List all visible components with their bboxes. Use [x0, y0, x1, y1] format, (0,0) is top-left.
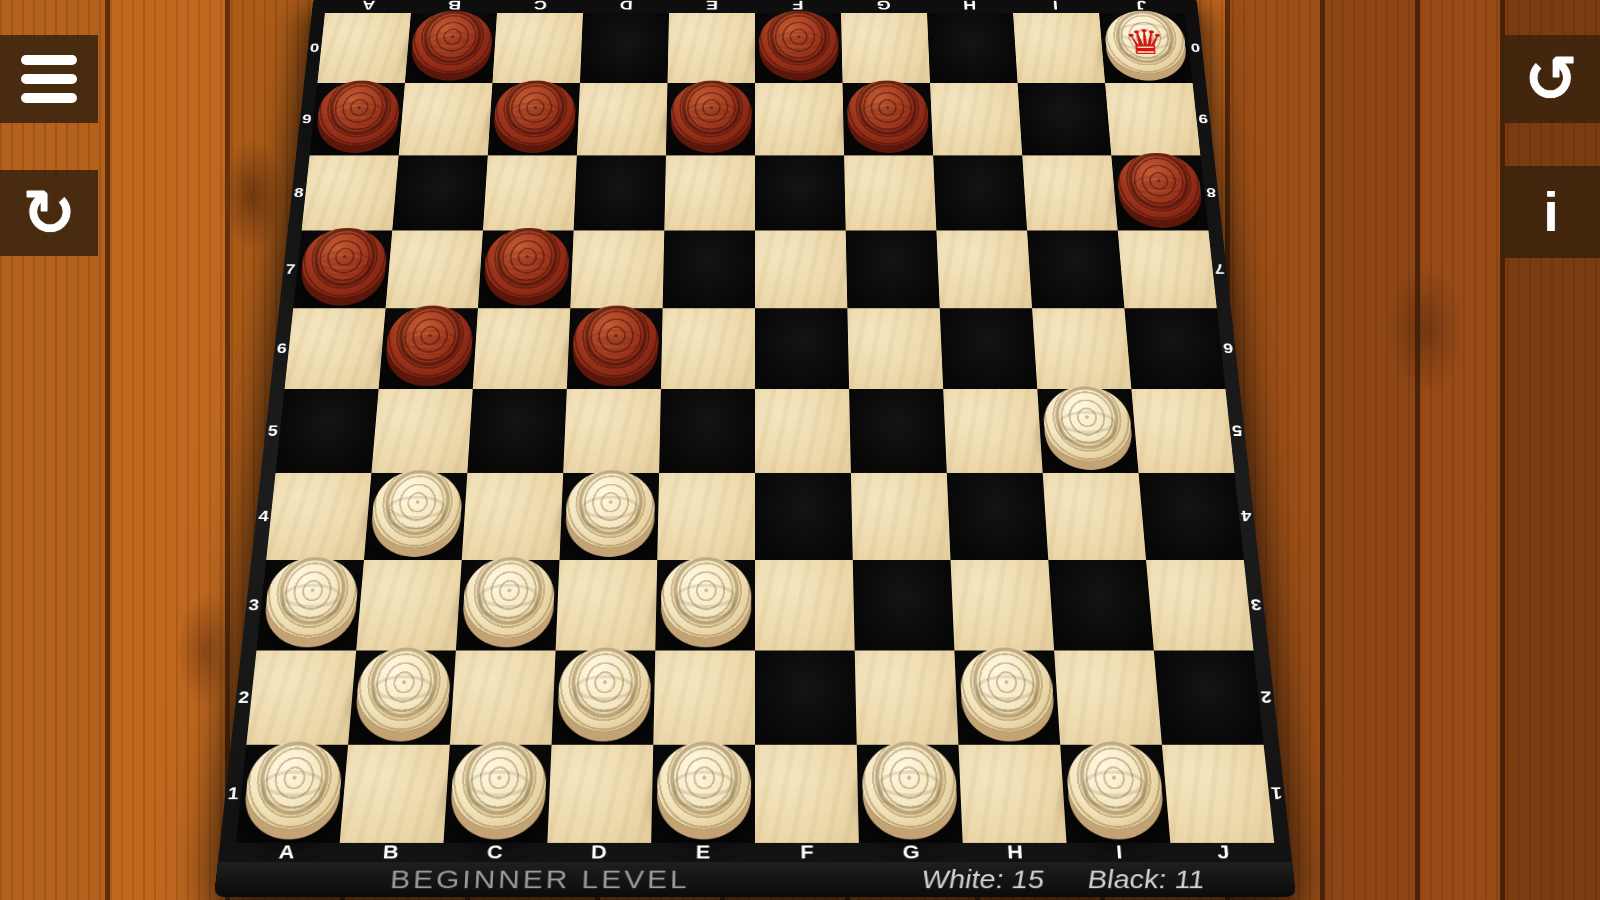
square-I10	[1013, 13, 1105, 83]
square-H6[interactable]	[940, 308, 1038, 389]
square-H1	[958, 745, 1066, 843]
square-J5	[1131, 389, 1234, 473]
square-E3[interactable]: ⛀	[655, 560, 755, 651]
board-grid: ⛂⛂⛁♛⛂⛂⛂⛂⛂⛂⛂⛂⛂⛀⛀⛀⛀⛀⛀⛀⛀⛀⛀⛀⛀⛀⛀	[236, 13, 1274, 843]
square-J10[interactable]: ⛁♛	[1099, 13, 1193, 83]
white-man-glyph: ⛀	[660, 557, 751, 638]
board-scene: ABCDEFGHIJ 0987654321 0987654321 ⛂⛂⛁♛⛂⛂⛂…	[214, 0, 1296, 897]
square-H7	[936, 230, 1032, 308]
square-C2	[450, 650, 556, 744]
col-label-top-H: H	[926, 0, 1013, 13]
square-A2	[246, 650, 356, 744]
white-man-glyph: ⛀	[656, 741, 751, 829]
restart-icon: ↻	[22, 181, 76, 245]
white-man-glyph: ⛀	[556, 647, 651, 731]
square-I6	[1032, 308, 1131, 389]
square-J9	[1105, 83, 1200, 155]
square-A10	[317, 13, 411, 83]
square-I8	[1022, 155, 1118, 230]
square-I2	[1054, 650, 1162, 744]
piece-red-man[interactable]: ⛂	[298, 228, 388, 298]
square-J4[interactable]	[1139, 473, 1244, 560]
piece-red-man[interactable]: ⛂	[409, 11, 493, 74]
square-B2[interactable]: ⛀	[348, 650, 456, 744]
score-panel: White: 15 Black: 11	[921, 865, 1205, 894]
white-man-glyph: ⛀	[959, 647, 1055, 731]
red-man-glyph: ⛂	[846, 81, 929, 146]
square-I4	[1043, 473, 1146, 560]
square-F3	[755, 560, 855, 651]
piece-red-man[interactable]: ⛂	[1115, 153, 1204, 220]
white-man-glyph: ⛀	[564, 470, 655, 548]
piece-white-man[interactable]: ⛀	[1041, 386, 1133, 461]
square-B3	[356, 560, 462, 651]
square-C5[interactable]	[467, 389, 566, 473]
wood-table-background: { "game": "checkers", "variant": "intern…	[0, 0, 1600, 900]
piece-red-man[interactable]: ⛂	[759, 11, 839, 74]
square-A3[interactable]: ⛀	[256, 560, 363, 651]
red-man-glyph: ⛂	[1115, 153, 1204, 220]
level-label: BEGINNER LEVEL	[389, 865, 690, 895]
square-F6[interactable]	[755, 308, 849, 389]
square-B6[interactable]: ⛂	[379, 308, 478, 389]
square-C8	[483, 155, 577, 230]
white-man-glyph: ⛀	[861, 741, 958, 829]
restart-button[interactable]: ↻	[0, 170, 98, 256]
piece-red-man[interactable]: ⛂	[384, 306, 475, 378]
square-F5	[755, 389, 851, 473]
square-E8	[664, 155, 755, 230]
black-score: Black: 11	[1087, 865, 1206, 894]
piece-white-man[interactable]: ⛀	[461, 557, 555, 638]
checkers-board: ABCDEFGHIJ 0987654321 0987654321 ⛂⛂⛁♛⛂⛂⛂…	[214, 0, 1296, 897]
hamburger-icon	[21, 55, 77, 103]
square-E1[interactable]: ⛀	[651, 745, 755, 843]
square-A1[interactable]: ⛀	[236, 745, 348, 843]
piece-red-man[interactable]: ⛂	[670, 81, 751, 146]
red-man-glyph: ⛂	[409, 11, 493, 74]
square-H5	[943, 389, 1042, 473]
white-man-glyph: ⛀	[242, 741, 344, 829]
col-label-top-E: E	[669, 0, 755, 13]
white-man-glyph: ⛀	[369, 470, 463, 548]
square-G2	[855, 650, 959, 744]
square-J2[interactable]	[1154, 650, 1264, 744]
square-H3	[951, 560, 1055, 651]
square-D8[interactable]	[574, 155, 666, 230]
col-label-bottom-I: I	[1067, 843, 1172, 862]
square-E10	[667, 13, 755, 83]
col-label-top-C: C	[497, 0, 584, 13]
square-I7[interactable]	[1027, 230, 1124, 308]
square-B4[interactable]: ⛀	[364, 473, 467, 560]
red-man-glyph: ⛂	[571, 306, 658, 378]
col-label-top-G: G	[841, 0, 927, 13]
square-A5[interactable]	[276, 389, 379, 473]
square-E5[interactable]	[659, 389, 755, 473]
square-C6	[473, 308, 571, 389]
col-label-bottom-B: B	[338, 843, 443, 862]
piece-white-man[interactable]: ⛀	[564, 470, 655, 548]
square-D7	[570, 230, 664, 308]
square-I5[interactable]: ⛀	[1037, 389, 1138, 473]
piece-red-man[interactable]: ⛂	[846, 81, 929, 146]
col-label-bottom-C: C	[442, 843, 547, 862]
square-D5	[563, 389, 661, 473]
square-D2[interactable]: ⛀	[552, 650, 656, 744]
square-F8[interactable]	[755, 155, 846, 230]
red-man-glyph: ⛂	[670, 81, 751, 146]
column-labels-bottom: ABCDEFGHIJ	[234, 843, 1276, 862]
square-J3	[1146, 560, 1253, 651]
piece-red-man[interactable]: ⛂	[571, 306, 658, 378]
square-F10[interactable]: ⛂	[755, 13, 843, 83]
red-man-glyph: ⛂	[759, 11, 839, 74]
square-A7[interactable]: ⛂	[293, 230, 392, 308]
col-label-bottom-J: J	[1170, 843, 1276, 862]
square-A8	[302, 155, 399, 230]
square-J6[interactable]	[1124, 308, 1225, 389]
square-B5	[371, 389, 472, 473]
square-D3	[556, 560, 658, 651]
red-man-glyph: ⛂	[315, 81, 402, 146]
square-C3[interactable]: ⛀	[456, 560, 560, 651]
white-man-glyph: ⛀	[262, 557, 360, 638]
piece-white-man[interactable]: ⛀	[959, 647, 1055, 731]
piece-white-man[interactable]: ⛀	[262, 557, 360, 638]
piece-red-man[interactable]: ⛂	[315, 81, 402, 146]
piece-white-man[interactable]: ⛀	[449, 741, 548, 829]
square-G4	[851, 473, 951, 560]
undo-button[interactable]: ↺	[1502, 35, 1600, 123]
col-label-bottom-H: H	[963, 843, 1068, 862]
square-B1	[340, 745, 450, 843]
square-B10[interactable]: ⛂	[405, 13, 497, 83]
square-G1[interactable]: ⛀	[857, 745, 963, 843]
red-man-glyph: ⛂	[492, 81, 576, 146]
square-E7[interactable]	[663, 230, 755, 308]
square-H10[interactable]	[927, 13, 1018, 83]
square-G5[interactable]	[849, 389, 947, 473]
square-J8[interactable]: ⛂	[1111, 155, 1208, 230]
piece-white-man[interactable]: ⛀	[861, 741, 958, 829]
square-E6	[661, 308, 755, 389]
red-man-glyph: ⛂	[384, 306, 475, 378]
square-D4[interactable]: ⛀	[559, 473, 659, 560]
square-D6[interactable]: ⛂	[567, 308, 663, 389]
piece-white-man[interactable]: ⛀	[354, 647, 452, 731]
piece-white-man[interactable]: ⛀	[656, 741, 751, 829]
white-man-glyph: ⛀	[354, 647, 452, 731]
white-man-glyph: ⛀	[1064, 741, 1164, 829]
square-F7	[755, 230, 847, 308]
square-A6	[285, 308, 386, 389]
piece-white-man[interactable]: ⛀	[556, 647, 651, 731]
white-man-glyph: ⛀	[461, 557, 555, 638]
square-B8[interactable]	[392, 155, 488, 230]
square-A9[interactable]: ⛂	[310, 83, 405, 155]
square-J7	[1118, 230, 1217, 308]
king-crown-icon: ♛	[1103, 11, 1188, 74]
col-label-bottom-F: F	[755, 843, 859, 862]
square-F2[interactable]	[755, 650, 857, 744]
square-D9	[577, 83, 668, 155]
undo-icon: ↺	[1524, 47, 1578, 111]
square-F4[interactable]	[755, 473, 853, 560]
square-A4	[266, 473, 371, 560]
red-man-glyph: ⛂	[483, 228, 570, 298]
white-man-glyph: ⛀	[449, 741, 548, 829]
square-B7	[386, 230, 483, 308]
menu-button[interactable]	[0, 35, 98, 123]
square-C4	[462, 473, 564, 560]
piece-white-man[interactable]: ⛀	[242, 741, 344, 829]
square-D1	[547, 745, 653, 843]
square-E4	[657, 473, 755, 560]
col-label-bottom-G: G	[859, 843, 964, 862]
square-I9[interactable]	[1018, 83, 1112, 155]
info-button[interactable]: i	[1502, 166, 1600, 258]
square-D10[interactable]	[580, 13, 669, 83]
square-G7[interactable]	[846, 230, 940, 308]
square-E2	[653, 650, 755, 744]
square-C7[interactable]: ⛂	[478, 230, 574, 308]
square-C10	[492, 13, 583, 83]
square-G3[interactable]	[853, 560, 955, 651]
red-man-glyph: ⛂	[298, 228, 388, 298]
square-H2[interactable]: ⛀	[954, 650, 1060, 744]
square-H8[interactable]	[933, 155, 1027, 230]
square-I1[interactable]: ⛀	[1060, 745, 1170, 843]
square-F1	[755, 745, 859, 843]
square-H4[interactable]	[947, 473, 1049, 560]
col-label-top-I: I	[1012, 0, 1099, 13]
piece-white-man[interactable]: ⛀	[660, 557, 751, 638]
piece-white-man[interactable]: ⛀	[1064, 741, 1164, 829]
col-label-bottom-A: A	[234, 843, 340, 862]
square-G6	[847, 308, 943, 389]
square-C1[interactable]: ⛀	[443, 745, 551, 843]
square-G8	[844, 155, 936, 230]
white-man-glyph: ⛀	[1041, 386, 1133, 461]
square-E9[interactable]: ⛂	[666, 83, 755, 155]
square-G9[interactable]: ⛂	[843, 83, 934, 155]
square-G10	[841, 13, 930, 83]
square-B9	[399, 83, 493, 155]
piece-white-king[interactable]: ⛁♛	[1103, 11, 1188, 74]
piece-red-man[interactable]: ⛂	[483, 228, 570, 298]
white-score: White: 15	[921, 865, 1044, 894]
status-bar: BEGINNER LEVEL White: 15 Black: 11	[214, 862, 1296, 897]
col-label-bottom-D: D	[547, 843, 652, 862]
col-label-top-D: D	[583, 0, 669, 13]
col-label-top-A: A	[325, 0, 412, 13]
col-label-bottom-E: E	[651, 843, 755, 862]
info-icon: i	[1543, 184, 1559, 240]
square-F9	[755, 83, 844, 155]
piece-white-man[interactable]: ⛀	[369, 470, 463, 548]
square-H9	[930, 83, 1022, 155]
square-I3[interactable]	[1048, 560, 1154, 651]
square-C9[interactable]: ⛂	[488, 83, 580, 155]
piece-red-man[interactable]: ⛂	[492, 81, 576, 146]
square-J1	[1162, 745, 1274, 843]
